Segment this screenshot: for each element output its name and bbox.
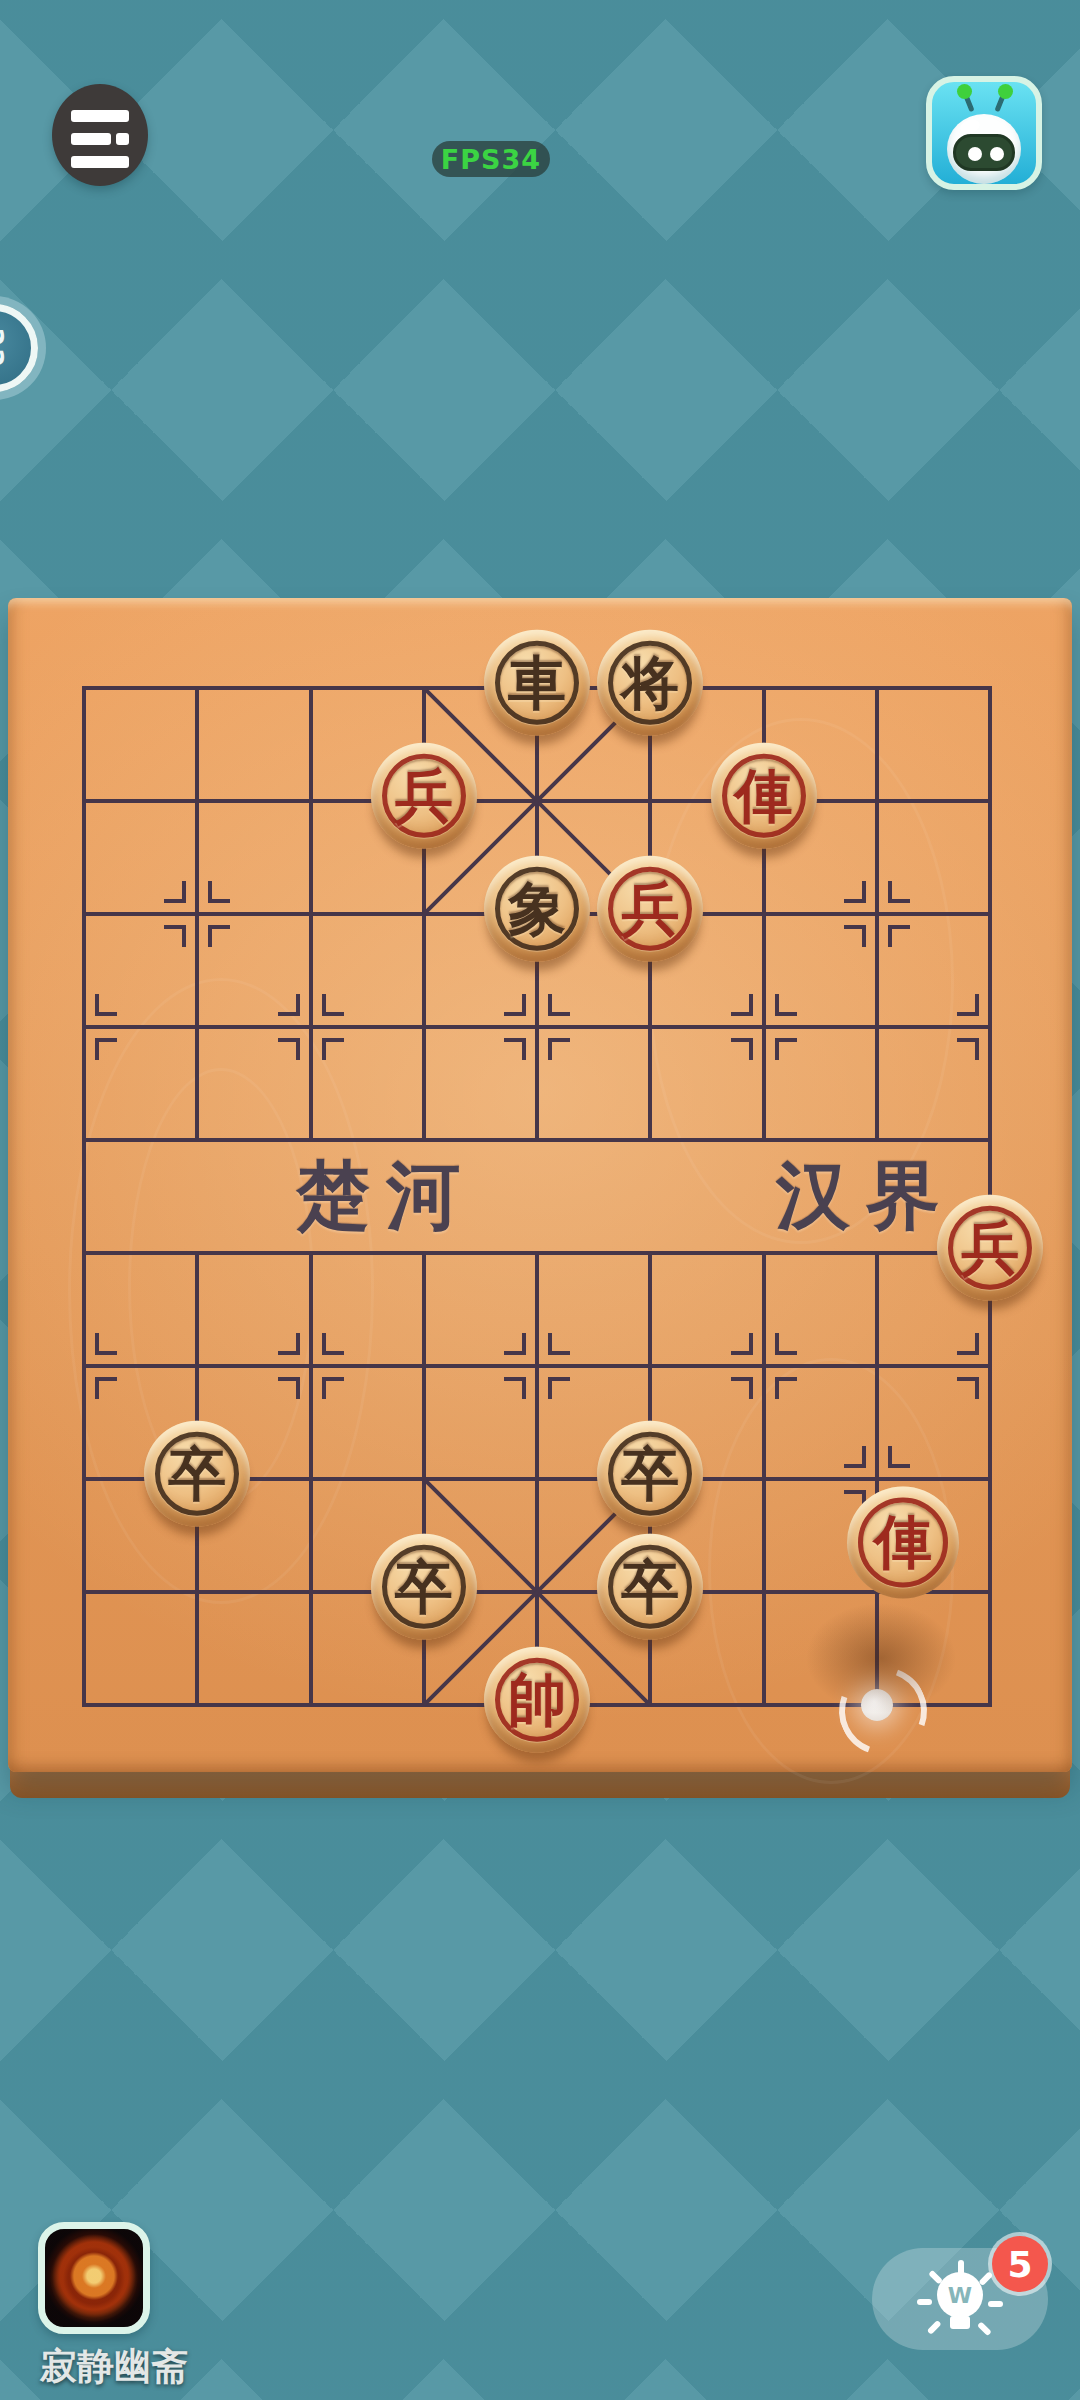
piece-glyph: 俥 <box>874 1513 932 1571</box>
point-marker <box>322 1038 326 1060</box>
piece-black-elephant[interactable]: 象 <box>484 856 590 962</box>
piece-glyph: 卒 <box>621 1445 679 1503</box>
point-marker <box>296 1333 300 1355</box>
point-marker <box>975 1333 979 1355</box>
point-marker <box>775 1333 779 1355</box>
point-marker <box>749 994 753 1016</box>
point-marker <box>182 925 186 947</box>
point-marker <box>548 1038 552 1060</box>
xiangqi-board[interactable]: 楚河 汉界 車将兵俥象兵兵卒卒卒卒帥俥 <box>8 598 1072 1800</box>
piece-red-soldier[interactable]: 兵 <box>371 743 477 849</box>
board-face: 楚河 汉界 車将兵俥象兵兵卒卒卒卒帥俥 <box>8 598 1072 1772</box>
piece-black-soldier[interactable]: 卒 <box>597 1421 703 1527</box>
point-marker <box>862 1446 866 1468</box>
point-marker <box>888 881 892 903</box>
piece-red-chariot[interactable]: 俥 <box>711 743 817 849</box>
grid-line <box>535 1251 539 1707</box>
piece-black-soldier[interactable]: 卒 <box>371 1534 477 1640</box>
point-marker <box>95 1333 99 1355</box>
fps-counter: FPS34 <box>432 141 550 177</box>
hint-count-badge: 5 <box>992 2236 1048 2292</box>
point-marker <box>296 1377 300 1399</box>
piece-red-general[interactable]: 帥 <box>484 1647 590 1753</box>
hint-button[interactable]: W 5 <box>872 2248 1048 2350</box>
piece-glyph: 兵 <box>961 1219 1019 1277</box>
point-marker <box>322 1333 326 1355</box>
grid-line <box>195 686 199 1142</box>
fps-label: FPS34 <box>441 144 541 175</box>
point-marker <box>95 1377 99 1399</box>
board-grid: 楚河 汉界 車将兵俥象兵兵卒卒卒卒帥俥 <box>84 688 990 1705</box>
piece-black-chariot[interactable]: 車 <box>484 630 590 736</box>
phoenix-avatar-image <box>45 2229 143 2327</box>
point-marker <box>749 1377 753 1399</box>
hamburger-icon <box>71 110 129 122</box>
grid-line <box>82 686 86 1707</box>
lightbulb-icon: W <box>925 2264 995 2334</box>
point-marker <box>975 1038 979 1060</box>
point-marker <box>322 1377 326 1399</box>
point-marker <box>296 1038 300 1060</box>
dragged-piece-shadow <box>806 1603 956 1713</box>
piece-black-soldier[interactable]: 卒 <box>597 1534 703 1640</box>
piece-glyph: 卒 <box>168 1445 226 1503</box>
grid-line <box>875 686 879 1142</box>
point-marker <box>208 925 212 947</box>
point-marker <box>975 994 979 1016</box>
point-marker <box>548 994 552 1016</box>
point-marker <box>182 881 186 903</box>
point-marker <box>775 1038 779 1060</box>
point-marker <box>322 994 326 1016</box>
piece-glyph: 卒 <box>395 1558 453 1616</box>
player-name: 寂静幽斋 <box>40 2342 188 2392</box>
point-marker <box>975 1377 979 1399</box>
point-marker <box>208 881 212 903</box>
side-timer-badge[interactable]: 22 <box>0 304 38 392</box>
point-marker <box>548 1377 552 1399</box>
point-marker <box>522 1333 526 1355</box>
point-marker <box>522 1377 526 1399</box>
point-marker <box>862 925 866 947</box>
point-marker <box>862 881 866 903</box>
menu-button[interactable] <box>52 84 148 186</box>
game-screen: FPS34 22 楚河 汉界 車将兵俥象兵兵卒卒卒卒帥俥 <box>0 0 1080 2400</box>
point-marker <box>888 925 892 947</box>
piece-red-soldier[interactable]: 兵 <box>597 856 703 962</box>
point-marker <box>548 1333 552 1355</box>
point-marker <box>775 994 779 1016</box>
point-marker <box>296 994 300 1016</box>
point-marker <box>775 1377 779 1399</box>
grid-line <box>762 1251 766 1707</box>
point-marker <box>95 994 99 1016</box>
point-marker <box>522 1038 526 1060</box>
ai-robot-button[interactable] <box>926 76 1042 190</box>
piece-black-general[interactable]: 将 <box>597 630 703 736</box>
river-label-right: 汉界 <box>776 1140 956 1253</box>
point-marker <box>749 1038 753 1060</box>
piece-glyph: 車 <box>508 654 566 712</box>
point-marker <box>749 1333 753 1355</box>
point-marker <box>95 1038 99 1060</box>
piece-glyph: 卒 <box>621 1558 679 1616</box>
grid-line <box>309 686 313 1142</box>
piece-red-soldier[interactable]: 兵 <box>937 1195 1043 1301</box>
point-marker <box>888 1446 892 1468</box>
piece-red-chariot-dragged[interactable]: 俥 <box>847 1486 959 1598</box>
point-marker <box>522 994 526 1016</box>
piece-glyph: 帥 <box>508 1671 566 1729</box>
piece-glyph: 兵 <box>395 767 453 825</box>
piece-glyph: 象 <box>508 880 566 938</box>
piece-black-soldier[interactable]: 卒 <box>144 1421 250 1527</box>
piece-glyph: 俥 <box>735 767 793 825</box>
river-label-left: 楚河 <box>296 1140 476 1253</box>
piece-glyph: 将 <box>621 654 679 712</box>
grid-line <box>309 1251 313 1707</box>
piece-glyph: 兵 <box>621 880 679 938</box>
player-avatar[interactable] <box>38 2222 150 2334</box>
